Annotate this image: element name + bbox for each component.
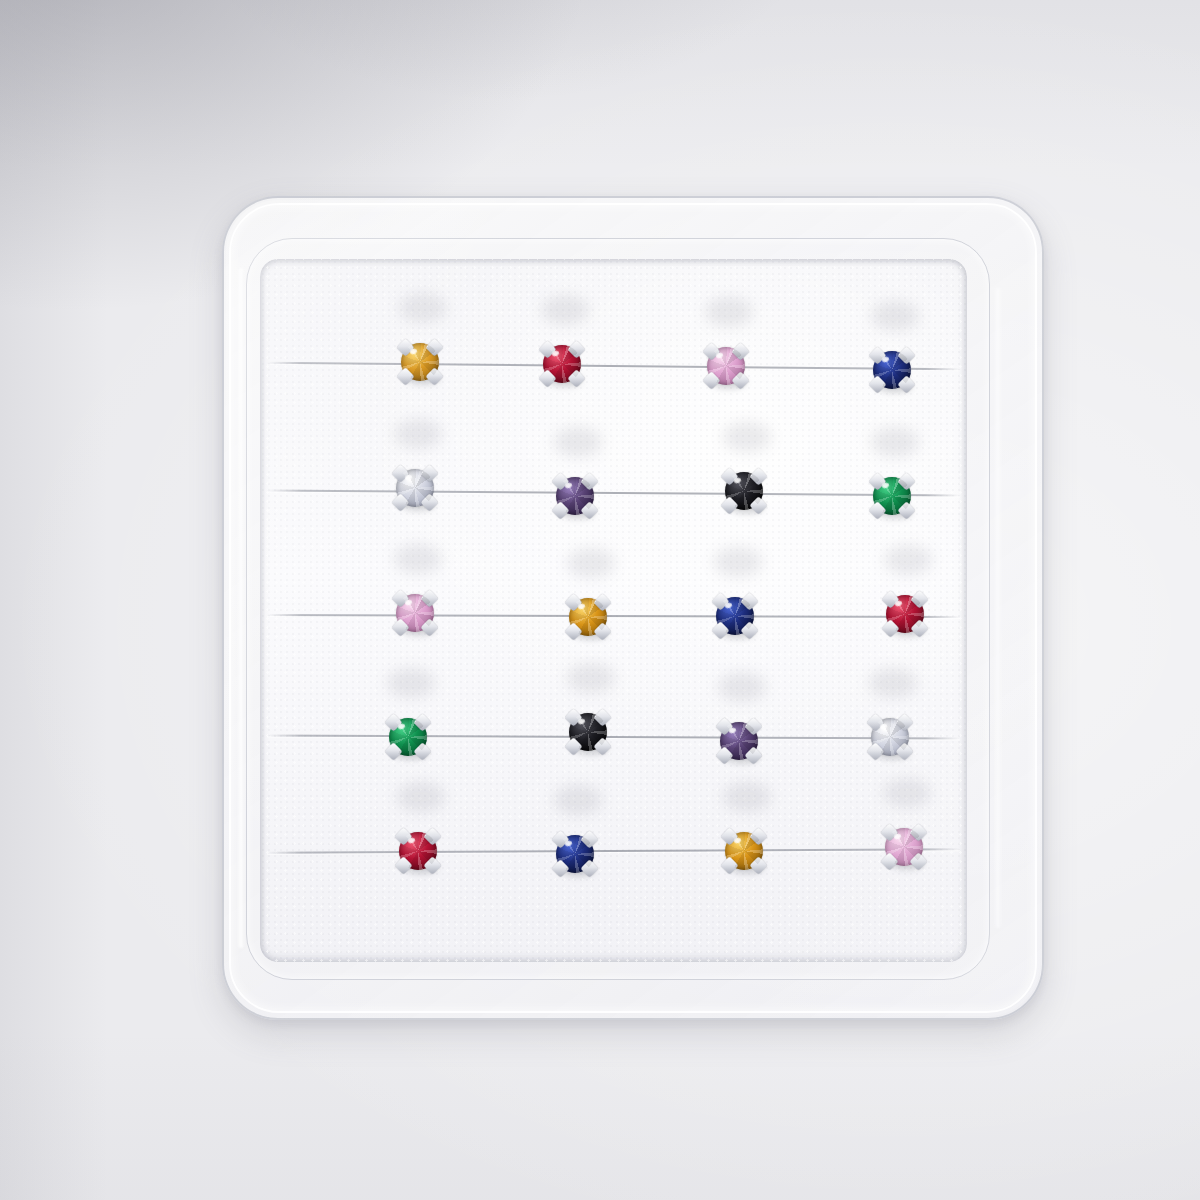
stud-cast-shadow [394, 419, 442, 449]
stud-cast-shadow [723, 422, 771, 452]
nose-stud-gold [397, 339, 443, 385]
stud-cast-shadow [567, 663, 615, 693]
nose-stud-red [395, 828, 441, 874]
stud-cast-shadow [884, 545, 932, 575]
nose-stud-navy [552, 831, 598, 877]
stud-cast-shadow [554, 785, 602, 815]
stud-cast-shadow [394, 544, 442, 574]
stud-cast-shadow [387, 668, 435, 698]
stud-cast-shadow [871, 427, 919, 457]
stud-cast-shadow [541, 295, 589, 325]
nose-stud-green [869, 473, 915, 519]
box-left-highlight [237, 268, 245, 948]
stud-cast-shadow [705, 297, 753, 327]
nose-stud-red [539, 341, 585, 387]
stud-cast-shadow [567, 548, 615, 578]
nose-stud-green [385, 714, 431, 760]
nose-stud-pink [703, 343, 749, 389]
stud-cast-shadow [397, 782, 445, 812]
stud-cast-shadow [399, 293, 447, 323]
nose-stud-clear [867, 714, 913, 760]
stud-cast-shadow [714, 547, 762, 577]
nose-stud-gold [565, 594, 611, 640]
nose-stud-purple [552, 473, 598, 519]
nose-stud-navy [712, 593, 758, 639]
stud-cast-shadow [883, 778, 931, 808]
nose-stud-clear [392, 465, 438, 511]
photo-stage [0, 0, 1200, 1200]
stud-cast-shadow [554, 427, 602, 457]
nose-stud-pink [392, 590, 438, 636]
nose-stud-navy [869, 347, 915, 393]
stud-cast-shadow [871, 301, 919, 331]
stud-cast-shadow [869, 668, 917, 698]
foam-insert [260, 259, 967, 962]
nose-stud-black [721, 468, 767, 514]
nose-stud-pink [881, 824, 927, 870]
nose-stud-black [565, 709, 611, 755]
plastic-box [222, 196, 1044, 1020]
nose-stud-gold [721, 828, 767, 874]
nose-stud-red [882, 591, 928, 637]
box-right-highlight [994, 288, 1002, 928]
nose-stud-purple [716, 718, 762, 764]
stud-cast-shadow [723, 782, 771, 812]
